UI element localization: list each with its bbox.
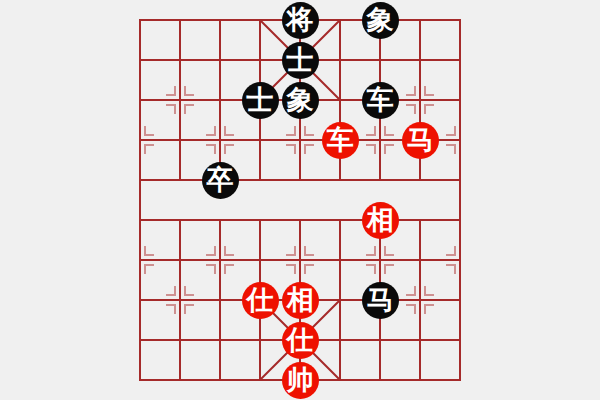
piece-red-chariot[interactable]: 车 [322,122,359,159]
piece-red-elephant[interactable]: 相 [362,202,399,239]
piece-black-advisor[interactable]: 士 [282,42,319,79]
piece-red-horse[interactable]: 马 [402,122,439,159]
piece-black-horse[interactable]: 马 [362,282,399,319]
piece-red-advisor[interactable]: 仕 [242,282,279,319]
board-pieces: 将象士士象车车马卒相仕相马仕帅 [120,0,480,400]
piece-black-advisor[interactable]: 士 [242,82,279,119]
xiangqi-board: 将象士士象车车马卒相仕相马仕帅 [0,0,600,400]
piece-black-chariot[interactable]: 车 [362,82,399,119]
piece-black-pawn[interactable]: 卒 [202,162,239,199]
piece-red-general[interactable]: 帅 [282,362,319,399]
piece-black-elephant[interactable]: 象 [362,2,399,39]
piece-red-advisor[interactable]: 仕 [282,322,319,359]
piece-black-elephant[interactable]: 象 [282,82,319,119]
piece-red-elephant[interactable]: 相 [282,282,319,319]
piece-black-general[interactable]: 将 [282,2,319,39]
